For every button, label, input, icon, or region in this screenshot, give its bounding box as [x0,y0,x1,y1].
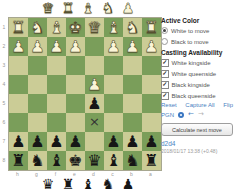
piece-bK[interactable]: ♚ [66,151,85,170]
square-d6[interactable]: × [85,113,104,132]
square-d3[interactable] [85,56,104,75]
spare-piece-wN[interactable]: ♞ [98,0,118,17]
x-marker: × [85,113,104,132]
spare-piece-wR[interactable]: ♜ [58,0,78,17]
piece-wP[interactable]: ♟ [28,37,47,56]
coord-label: 6 [0,113,8,132]
square-b1[interactable]: ♞ [123,18,142,37]
coord-label: h [8,171,27,177]
spare-piece-bR[interactable]: ♜ [58,176,78,192]
checkbox-black-kingside[interactable]: ✓ Black kingside [161,81,233,89]
checkbox-icon[interactable]: ✓ [161,59,169,67]
square-a4[interactable] [142,75,161,94]
square-a2[interactable]: ♟ [142,37,161,56]
piece-bP[interactable]: ♟ [85,94,104,113]
square-b8[interactable]: ♞ [123,151,142,170]
square-c4[interactable] [104,75,123,94]
square-a8[interactable]: ♜ [142,151,161,170]
record-icon[interactable] [178,112,184,118]
square-a5[interactable] [142,94,161,113]
piece-bP[interactable]: ♟ [104,132,123,151]
square-e8[interactable]: ♚ [66,151,85,170]
piece-wP[interactable]: ♟ [47,37,66,56]
spare-piece-bP[interactable]: ♟ [118,176,138,192]
square-h5[interactable] [9,94,28,113]
piece-wR[interactable]: ♜ [9,18,28,37]
square-c5[interactable] [104,94,123,113]
spare-piece-bB[interactable]: ♝ [78,176,98,192]
square-f4[interactable] [47,75,66,94]
square-b7[interactable]: ♟ [123,132,142,151]
coord-label: 1 [0,18,8,37]
piece-bB[interactable]: ♝ [104,151,123,170]
square-d4[interactable]: ♟ [85,75,104,94]
square-b3[interactable] [123,56,142,75]
coord-label: 7 [0,132,8,151]
square-h8[interactable]: ♜ [9,151,28,170]
spare-tray-black: ♛♜♝♞♟ [38,176,138,192]
square-a7[interactable]: ♟ [142,132,161,151]
piece-bN[interactable]: ♞ [28,151,47,170]
square-c8[interactable]: ♝ [104,151,123,170]
square-f1[interactable]: ♝ [47,18,66,37]
square-b2[interactable]: ♟ [123,37,142,56]
radio-icon[interactable] [161,38,168,45]
spare-piece-bQ[interactable]: ♛ [38,176,58,192]
square-e1[interactable]: ♚ [66,18,85,37]
calculate-next-move-button[interactable]: Calculate next move [161,123,233,136]
square-d7[interactable] [85,132,104,151]
square-c3[interactable] [104,56,123,75]
piece-bP[interactable]: ♟ [66,132,85,151]
piece-wP[interactable]: ♟ [104,37,123,56]
checkbox-icon[interactable]: ✓ [161,70,169,78]
square-f6[interactable] [47,113,66,132]
square-g7[interactable]: ♟ [28,132,47,151]
piece-wP[interactable]: ♟ [123,37,142,56]
piece-bB[interactable]: ♝ [47,151,66,170]
piece-wP[interactable]: ♟ [66,37,85,56]
spare-piece-wQ[interactable]: ♛ [38,0,58,17]
redo-arrow-icon[interactable]: → [198,111,204,118]
coord-label: 2 [0,37,8,56]
square-a3[interactable] [142,56,161,75]
castling-title: Castling Availability [161,49,233,56]
capture-all-button[interactable]: Capture All [185,102,214,108]
square-a6[interactable] [142,113,161,132]
piece-wB[interactable]: ♝ [47,18,66,37]
coord-label: a [141,171,160,177]
square-d1[interactable]: ♛ [85,18,104,37]
piece-bR[interactable]: ♜ [142,151,161,170]
square-h1[interactable]: ♜ [9,18,28,37]
piece-wB[interactable]: ♝ [104,18,123,37]
spare-tray-white: ♛♜♝♞♟ [38,0,138,17]
reset-button[interactable]: Reset [161,102,177,108]
piece-wP[interactable]: ♟ [85,75,104,94]
square-e6[interactable] [66,113,85,132]
square-e5[interactable] [66,94,85,113]
square-e7[interactable]: ♟ [66,132,85,151]
square-h2[interactable]: ♟ [9,37,28,56]
piece-bP[interactable]: ♟ [9,132,28,151]
piece-bP[interactable]: ♟ [142,132,161,151]
square-f2[interactable]: ♟ [47,37,66,56]
board-editor-screen: ♛♜♝♞♟ 12345678 ♜♞♝♚♛♝♞♜♟♟♟♟♟♟♟♟♟×♟♟♟♟♟♟♟… [0,0,237,192]
square-g1[interactable]: ♞ [28,18,47,37]
piece-wQ[interactable]: ♛ [85,18,104,37]
piece-bR[interactable]: ♜ [9,151,28,170]
checkbox-icon[interactable]: ✓ [161,81,169,89]
piece-wK[interactable]: ♚ [66,18,85,37]
piece-bP[interactable]: ♟ [123,132,142,151]
spare-piece-bN[interactable]: ♞ [98,176,118,192]
undo-arrow-icon[interactable]: ← [188,111,194,118]
flip-button[interactable]: Flip [223,102,233,108]
square-b4[interactable] [123,75,142,94]
pgn-button[interactable]: PGN [161,112,174,118]
piece-wR[interactable]: ♜ [142,18,161,37]
rank-labels: 12345678 [0,18,8,170]
square-g4[interactable] [28,75,47,94]
square-e3[interactable] [66,56,85,75]
square-h3[interactable] [9,56,28,75]
square-c7[interactable]: ♟ [104,132,123,151]
piece-wN[interactable]: ♞ [28,18,47,37]
piece-bN[interactable]: ♞ [123,151,142,170]
square-e2[interactable]: ♟ [66,37,85,56]
coord-label: 8 [0,151,8,170]
square-g5[interactable] [28,94,47,113]
active-color-title: Active Color [161,17,233,24]
coord-label: 3 [0,56,8,75]
square-g6[interactable] [28,113,47,132]
square-a1[interactable]: ♜ [142,18,161,37]
piece-wP[interactable]: ♟ [9,37,28,56]
square-h6[interactable] [9,113,28,132]
square-d5[interactable]: ♟ [85,94,104,113]
radio-black-to-move[interactable]: Black to move [161,38,233,45]
checkbox-icon[interactable]: ✓ [161,92,169,100]
square-h7[interactable]: ♟ [9,132,28,151]
result-move-link[interactable]: d2d4 [161,140,233,147]
square-d8[interactable]: ♛ [85,151,104,170]
checkbox-white-queenside[interactable]: ✓ White queenside [161,70,233,78]
spare-piece-wB[interactable]: ♝ [78,0,98,17]
square-f5[interactable] [47,94,66,113]
checkbox-white-kingside[interactable]: ✓ White kingside [161,59,233,67]
coord-label: 5 [0,94,8,113]
square-d2[interactable] [85,37,104,56]
square-g2[interactable]: ♟ [28,37,47,56]
piece-bP[interactable]: ♟ [28,132,47,151]
square-h4[interactable] [9,75,28,94]
piece-bP[interactable]: ♟ [47,132,66,151]
square-b5[interactable] [123,94,142,113]
square-f3[interactable] [47,56,66,75]
square-f7[interactable]: ♟ [47,132,66,151]
piece-wP[interactable]: ♟ [142,37,161,56]
coord-label: 4 [0,75,8,94]
square-f8[interactable]: ♝ [47,151,66,170]
square-g8[interactable]: ♞ [28,151,47,170]
piece-bQ[interactable]: ♛ [85,151,104,170]
piece-wN[interactable]: ♞ [123,18,142,37]
square-e4[interactable] [66,75,85,94]
result-meta: 2018/01/17 13:38 (+0.48) [161,148,233,154]
square-b6[interactable] [123,113,142,132]
square-c6[interactable] [104,113,123,132]
square-c2[interactable]: ♟ [104,37,123,56]
radio-icon[interactable] [161,27,168,34]
checkbox-black-queenside[interactable]: ✓ Black queenside [161,92,233,100]
radio-white-to-move[interactable]: White to move [161,27,233,34]
board-grid: ♜♞♝♚♛♝♞♜♟♟♟♟♟♟♟♟♟×♟♟♟♟♟♟♟♜♞♝♚♛♝♞♜ [8,17,162,171]
square-c1[interactable]: ♝ [104,18,123,37]
spare-piece-wP[interactable]: ♟ [118,0,138,17]
square-g3[interactable] [28,56,47,75]
